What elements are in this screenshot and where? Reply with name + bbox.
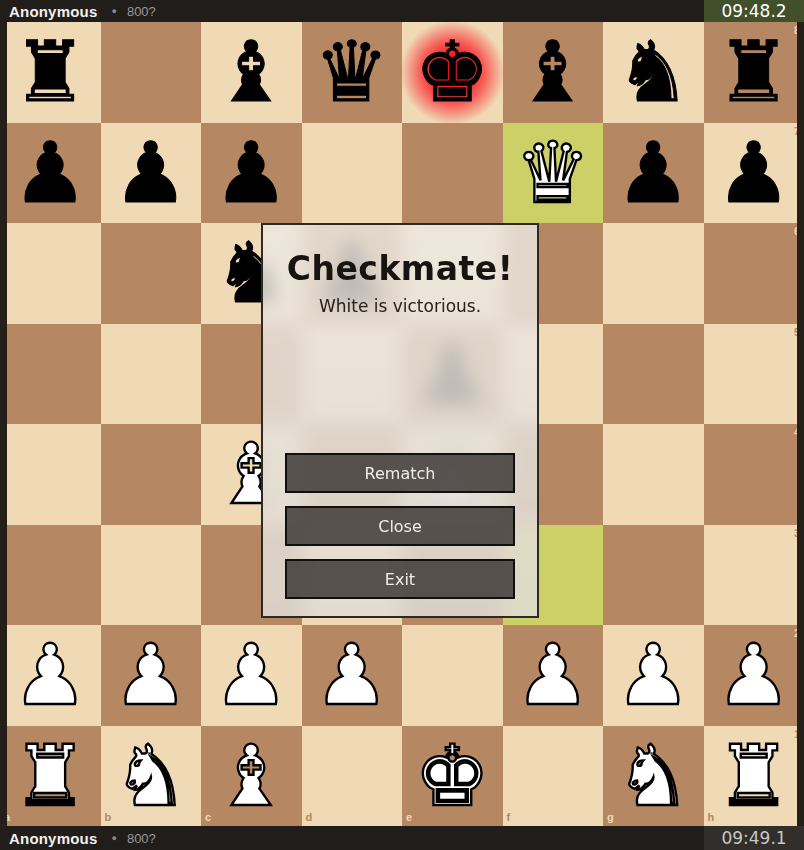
square-d1[interactable]: d bbox=[302, 726, 403, 827]
square-b2[interactable]: ♟ bbox=[101, 625, 202, 726]
square-g2[interactable]: ♟ bbox=[603, 625, 704, 726]
square-g7[interactable]: ♟ bbox=[603, 123, 704, 224]
square-b4[interactable] bbox=[101, 424, 202, 525]
piece-black-bishop[interactable]: ♝ bbox=[515, 30, 590, 114]
square-d2[interactable]: ♟ bbox=[302, 625, 403, 726]
square-h2[interactable]: ♟2 bbox=[704, 625, 804, 726]
square-h5[interactable]: 5 bbox=[704, 324, 804, 425]
top-player-rating: 800? bbox=[127, 4, 156, 19]
piece-white-pawn[interactable]: ♟ bbox=[515, 633, 590, 717]
bottom-player-bar: Anonymous ● 800? 09:49.1 bbox=[0, 826, 804, 850]
square-d7[interactable] bbox=[302, 123, 403, 224]
bottom-player-clock: 09:49.1 bbox=[704, 826, 804, 850]
square-g8[interactable]: ♞ bbox=[603, 22, 704, 123]
board-right-edge bbox=[797, 22, 804, 826]
file-label-g: g bbox=[607, 812, 614, 823]
bottom-player-rating: 800? bbox=[127, 831, 156, 846]
square-a1[interactable]: ♜a bbox=[0, 726, 101, 827]
square-f1[interactable]: f bbox=[503, 726, 604, 827]
file-label-b: b bbox=[105, 812, 112, 823]
piece-black-bishop[interactable]: ♝ bbox=[214, 30, 289, 114]
piece-white-queen[interactable]: ♛ bbox=[515, 131, 590, 215]
square-h6[interactable]: 6 bbox=[704, 223, 804, 324]
square-b6[interactable] bbox=[101, 223, 202, 324]
piece-white-pawn[interactable]: ♟ bbox=[616, 633, 691, 717]
dialog-subtitle: White is victorious. bbox=[263, 296, 537, 316]
piece-black-king[interactable]: ♚ bbox=[415, 30, 490, 114]
square-g3[interactable] bbox=[603, 525, 704, 626]
square-g1[interactable]: ♞g bbox=[603, 726, 704, 827]
top-player-name: Anonymous bbox=[9, 3, 97, 20]
square-f2[interactable]: ♟ bbox=[503, 625, 604, 726]
piece-black-pawn[interactable]: ♟ bbox=[616, 131, 691, 215]
piece-white-pawn[interactable]: ♟ bbox=[113, 633, 188, 717]
piece-black-queen[interactable]: ♛ bbox=[314, 30, 389, 114]
square-h7[interactable]: ♟7 bbox=[704, 123, 804, 224]
top-player-clock: 09:48.2 bbox=[704, 0, 804, 22]
square-g6[interactable] bbox=[603, 223, 704, 324]
checkmate-dialog: Checkmate! White is victorious. Rematch … bbox=[261, 223, 539, 618]
square-a3[interactable] bbox=[0, 525, 101, 626]
square-b8[interactable] bbox=[101, 22, 202, 123]
square-h3[interactable]: 3 bbox=[704, 525, 804, 626]
piece-black-rook[interactable]: ♜ bbox=[716, 30, 791, 114]
square-c8[interactable]: ♝ bbox=[201, 22, 302, 123]
square-e7[interactable] bbox=[402, 123, 503, 224]
bottom-player-name: Anonymous bbox=[9, 830, 97, 847]
square-a7[interactable]: ♟ bbox=[0, 123, 101, 224]
square-f8[interactable]: ♝ bbox=[503, 22, 604, 123]
file-label-h: h bbox=[708, 812, 715, 823]
rematch-button[interactable]: Rematch bbox=[285, 453, 515, 493]
square-b1[interactable]: ♞b bbox=[101, 726, 202, 827]
file-label-f: f bbox=[507, 812, 511, 823]
exit-button[interactable]: Exit bbox=[285, 559, 515, 599]
file-label-e: e bbox=[406, 812, 412, 823]
square-h8[interactable]: ♜8 bbox=[704, 22, 804, 123]
square-a2[interactable]: ♟ bbox=[0, 625, 101, 726]
piece-black-rook[interactable]: ♜ bbox=[13, 30, 88, 114]
square-g4[interactable] bbox=[603, 424, 704, 525]
square-a5[interactable] bbox=[0, 324, 101, 425]
piece-black-knight[interactable]: ♞ bbox=[616, 30, 691, 114]
piece-black-pawn[interactable]: ♟ bbox=[113, 131, 188, 215]
piece-black-pawn[interactable]: ♟ bbox=[13, 131, 88, 215]
square-f7[interactable]: ♛ bbox=[503, 123, 604, 224]
square-b7[interactable]: ♟ bbox=[101, 123, 202, 224]
piece-white-pawn[interactable]: ♟ bbox=[314, 633, 389, 717]
square-a6[interactable] bbox=[0, 223, 101, 324]
square-b3[interactable] bbox=[101, 525, 202, 626]
dialog-buttons: Rematch Close Exit bbox=[285, 453, 515, 599]
top-player-bar: Anonymous ● 800? 09:48.2 bbox=[0, 0, 804, 22]
square-a4[interactable] bbox=[0, 424, 101, 525]
square-e2[interactable] bbox=[402, 625, 503, 726]
piece-white-king[interactable]: ♚ bbox=[415, 734, 490, 818]
piece-white-knight[interactable]: ♞ bbox=[616, 734, 691, 818]
board-left-edge bbox=[0, 22, 7, 826]
file-label-c: c bbox=[205, 812, 211, 823]
square-h1[interactable]: ♜h1 bbox=[704, 726, 804, 827]
square-c1[interactable]: ♝c bbox=[201, 726, 302, 827]
square-a8[interactable]: ♜ bbox=[0, 22, 101, 123]
square-d8[interactable]: ♛ bbox=[302, 22, 403, 123]
piece-white-pawn[interactable]: ♟ bbox=[716, 633, 791, 717]
piece-white-knight[interactable]: ♞ bbox=[113, 734, 188, 818]
piece-white-pawn[interactable]: ♟ bbox=[214, 633, 289, 717]
square-c2[interactable]: ♟ bbox=[201, 625, 302, 726]
piece-white-rook[interactable]: ♜ bbox=[13, 734, 88, 818]
piece-black-pawn[interactable]: ♟ bbox=[214, 131, 289, 215]
piece-white-pawn[interactable]: ♟ bbox=[13, 633, 88, 717]
top-player-status-icon: ● bbox=[111, 6, 116, 16]
piece-white-bishop[interactable]: ♝ bbox=[214, 734, 289, 818]
square-b5[interactable] bbox=[101, 324, 202, 425]
piece-black-pawn[interactable]: ♟ bbox=[716, 131, 791, 215]
square-e1[interactable]: ♚e bbox=[402, 726, 503, 827]
square-h4[interactable]: 4 bbox=[704, 424, 804, 525]
square-c7[interactable]: ♟ bbox=[201, 123, 302, 224]
piece-white-rook[interactable]: ♜ bbox=[716, 734, 791, 818]
file-label-d: d bbox=[306, 812, 313, 823]
dialog-title: Checkmate! bbox=[263, 249, 537, 288]
bottom-player-status-icon: ● bbox=[111, 833, 116, 843]
square-e8[interactable]: ♚ bbox=[402, 22, 503, 123]
close-button[interactable]: Close bbox=[285, 506, 515, 546]
square-g5[interactable] bbox=[603, 324, 704, 425]
